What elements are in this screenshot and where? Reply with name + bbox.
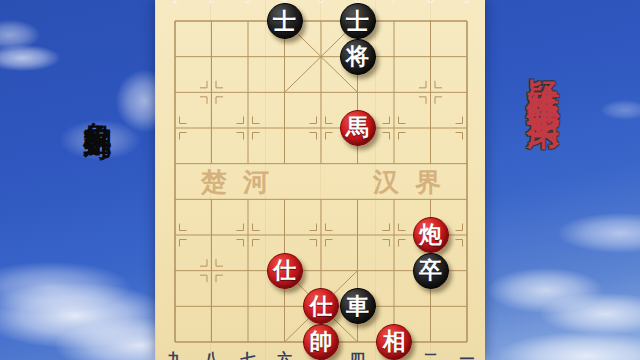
piece-red-advisor[interactable]: 仕	[267, 253, 303, 289]
xiangqi-board: 楚河 汉界 123456789 九八七六五四三二一 士士将馬炮仕卒仕車帥相	[155, 0, 485, 360]
piece-red-general[interactable]: 帥	[303, 324, 339, 360]
piece-red-elephant[interactable]: 相	[376, 324, 412, 360]
pieces-layer: 士士将馬炮仕卒仕車帥相	[157, 3, 486, 360]
piece-black-general[interactable]: 将	[340, 39, 376, 75]
piece-red-cannon[interactable]: 炮	[413, 217, 449, 253]
cloud	[600, 100, 640, 120]
piece-black-advisor[interactable]: 士	[267, 3, 303, 39]
piece-black-soldier[interactable]: 卒	[413, 253, 449, 289]
series-title-text: 疑难绝妙实用	[525, 52, 561, 100]
video-frame: 象棋刘正哥 疑难绝妙实用 楚河 汉界 123456789 九八七六五四三二一 士…	[0, 0, 640, 360]
cloud	[0, 45, 60, 71]
cloud	[558, 213, 640, 253]
piece-red-advisor[interactable]: 仕	[303, 288, 339, 324]
piece-black-chariot[interactable]: 車	[340, 288, 376, 324]
channel-watermark-text: 象棋刘正哥	[82, 99, 112, 114]
cloud	[498, 332, 640, 360]
piece-black-advisor[interactable]: 士	[340, 3, 376, 39]
piece-red-horse[interactable]: 馬	[340, 110, 376, 146]
cloud	[60, 120, 140, 160]
cloud	[540, 293, 640, 335]
